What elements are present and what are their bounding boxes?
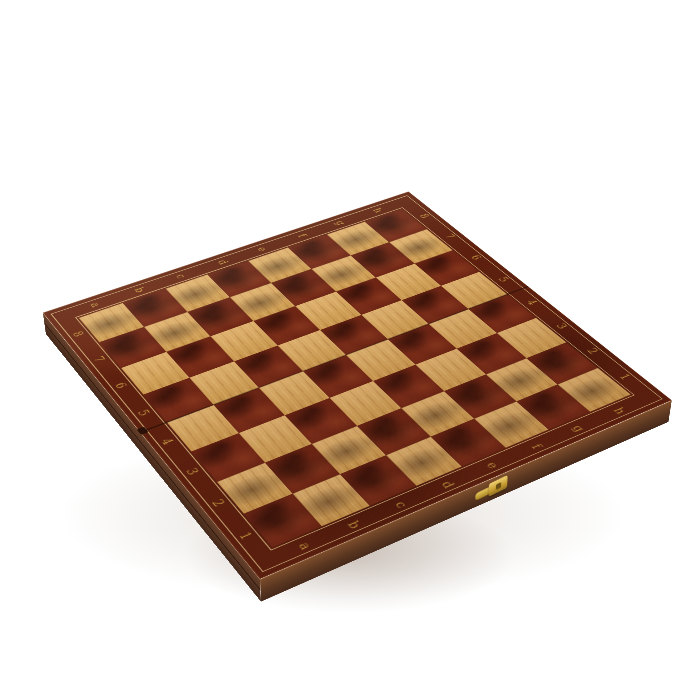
piece-glyph: ♟: [202, 272, 238, 320]
piece-glyph: ♟: [159, 286, 196, 335]
piece-glyph: ♟: [286, 244, 322, 291]
piece-glyph: ♟: [404, 204, 438, 249]
piece-glyph: ♟: [326, 230, 361, 277]
piece-glyph: ♟: [244, 258, 280, 306]
finial: [237, 205, 242, 213]
piece-glyph: ♟: [365, 217, 400, 263]
board-position-wrapper: abcdefgh abcdefgh 87654321 87654321 ♜♞♝♛…: [118, 127, 574, 583]
squares-grid: ♜♞♝♛♚♝♞♜♟♟♟♟♟♟♟♟♟♟♟♟♟♟♟♟♜♞♝♛♚♝♞♜: [79, 209, 631, 547]
piece-glyph: ♜: [255, 452, 310, 525]
finial: [465, 350, 472, 363]
photo-stage: abcdefgh abcdefgh 87654321 87654321 ♜♞♝♛…: [0, 0, 700, 700]
piece-glyph: ♟: [114, 301, 151, 351]
finial: [277, 185, 283, 196]
finial: [421, 375, 427, 383]
